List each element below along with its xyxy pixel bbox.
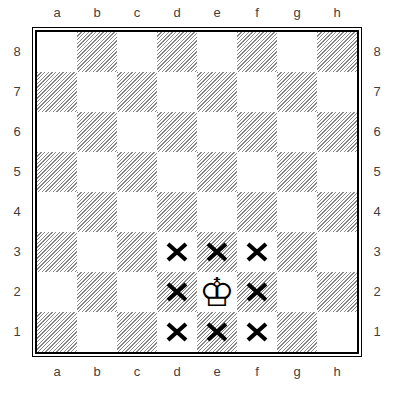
square-e5 bbox=[197, 152, 237, 192]
square-d1 bbox=[157, 312, 197, 352]
file-label-c: c bbox=[117, 4, 157, 22]
file-label-e: e bbox=[197, 4, 237, 22]
square-a2 bbox=[37, 272, 77, 312]
square-b5 bbox=[77, 152, 117, 192]
file-label-b: b bbox=[77, 363, 117, 381]
square-f6 bbox=[237, 112, 277, 152]
square-b8 bbox=[77, 32, 117, 72]
square-a1 bbox=[37, 312, 77, 352]
x-mark-icon bbox=[166, 322, 188, 342]
square-c3 bbox=[117, 232, 157, 272]
square-d4 bbox=[157, 192, 197, 232]
square-g7 bbox=[277, 72, 317, 112]
square-a4 bbox=[37, 192, 77, 232]
square-c1 bbox=[117, 312, 157, 352]
square-c7 bbox=[117, 72, 157, 112]
rank-label-6: 6 bbox=[366, 112, 388, 152]
square-d2 bbox=[157, 272, 197, 312]
square-f4 bbox=[237, 192, 277, 232]
square-g2 bbox=[277, 272, 317, 312]
square-e6 bbox=[197, 112, 237, 152]
square-g1 bbox=[277, 312, 317, 352]
square-f8 bbox=[237, 32, 277, 72]
board-frame: ♔ bbox=[35, 30, 359, 354]
square-d3 bbox=[157, 232, 197, 272]
square-b4 bbox=[77, 192, 117, 232]
chess-diagram: abcdefgh 87654321 ♔ 87654321 abcdefgh bbox=[0, 0, 398, 399]
rank-label-1: 1 bbox=[366, 312, 388, 352]
file-label-c: c bbox=[117, 363, 157, 381]
rank-label-4: 4 bbox=[6, 192, 28, 232]
square-a7 bbox=[37, 72, 77, 112]
file-labels-bottom: abcdefgh bbox=[37, 363, 357, 381]
rank-label-4: 4 bbox=[366, 192, 388, 232]
square-c4 bbox=[117, 192, 157, 232]
square-h7 bbox=[317, 72, 357, 112]
square-d8 bbox=[157, 32, 197, 72]
file-label-b: b bbox=[77, 4, 117, 22]
file-label-h: h bbox=[317, 363, 357, 381]
square-c8 bbox=[117, 32, 157, 72]
x-mark-icon bbox=[246, 322, 268, 342]
square-h5 bbox=[317, 152, 357, 192]
file-label-a: a bbox=[37, 4, 77, 22]
square-g5 bbox=[277, 152, 317, 192]
square-h4 bbox=[317, 192, 357, 232]
square-b2 bbox=[77, 272, 117, 312]
rank-label-8: 8 bbox=[366, 32, 388, 72]
x-mark-icon bbox=[206, 242, 228, 262]
square-g6 bbox=[277, 112, 317, 152]
rank-label-5: 5 bbox=[366, 152, 388, 192]
file-label-e: e bbox=[197, 363, 237, 381]
file-label-g: g bbox=[277, 363, 317, 381]
square-d7 bbox=[157, 72, 197, 112]
rank-labels-left: 87654321 bbox=[6, 32, 28, 352]
square-e3 bbox=[197, 232, 237, 272]
rank-label-1: 1 bbox=[6, 312, 28, 352]
square-f7 bbox=[237, 72, 277, 112]
square-h3 bbox=[317, 232, 357, 272]
rank-label-7: 7 bbox=[366, 72, 388, 112]
rank-label-6: 6 bbox=[6, 112, 28, 152]
rank-label-5: 5 bbox=[6, 152, 28, 192]
rank-label-3: 3 bbox=[366, 232, 388, 272]
x-mark-icon bbox=[246, 282, 268, 302]
file-label-f: f bbox=[237, 4, 277, 22]
file-label-d: d bbox=[157, 4, 197, 22]
square-b6 bbox=[77, 112, 117, 152]
file-label-d: d bbox=[157, 363, 197, 381]
white-king: ♔ bbox=[199, 272, 235, 312]
square-f5 bbox=[237, 152, 277, 192]
board-grid: ♔ bbox=[37, 32, 357, 352]
square-g4 bbox=[277, 192, 317, 232]
rank-label-7: 7 bbox=[6, 72, 28, 112]
rank-label-2: 2 bbox=[6, 272, 28, 312]
file-label-g: g bbox=[277, 4, 317, 22]
square-c6 bbox=[117, 112, 157, 152]
x-mark-icon bbox=[166, 282, 188, 302]
chess-board: ♔ bbox=[32, 27, 362, 357]
square-a3 bbox=[37, 232, 77, 272]
square-e4 bbox=[197, 192, 237, 232]
file-label-f: f bbox=[237, 363, 277, 381]
square-d5 bbox=[157, 152, 197, 192]
rank-label-3: 3 bbox=[6, 232, 28, 272]
square-b7 bbox=[77, 72, 117, 112]
rank-labels-right: 87654321 bbox=[366, 32, 388, 352]
file-label-a: a bbox=[37, 363, 77, 381]
square-e2: ♔ bbox=[197, 272, 237, 312]
square-c2 bbox=[117, 272, 157, 312]
square-c5 bbox=[117, 152, 157, 192]
square-h6 bbox=[317, 112, 357, 152]
square-b1 bbox=[77, 312, 117, 352]
x-mark-icon bbox=[206, 322, 228, 342]
file-label-h: h bbox=[317, 4, 357, 22]
rank-label-2: 2 bbox=[366, 272, 388, 312]
square-a5 bbox=[37, 152, 77, 192]
square-e7 bbox=[197, 72, 237, 112]
square-h2 bbox=[317, 272, 357, 312]
rank-label-8: 8 bbox=[6, 32, 28, 72]
file-labels-top: abcdefgh bbox=[37, 4, 357, 22]
x-mark-icon bbox=[246, 242, 268, 262]
square-f3 bbox=[237, 232, 277, 272]
square-h1 bbox=[317, 312, 357, 352]
square-g8 bbox=[277, 32, 317, 72]
square-f1 bbox=[237, 312, 277, 352]
x-mark-icon bbox=[166, 242, 188, 262]
square-e1 bbox=[197, 312, 237, 352]
square-e8 bbox=[197, 32, 237, 72]
square-g3 bbox=[277, 232, 317, 272]
square-a6 bbox=[37, 112, 77, 152]
square-a8 bbox=[37, 32, 77, 72]
square-d6 bbox=[157, 112, 197, 152]
square-f2 bbox=[237, 272, 277, 312]
square-b3 bbox=[77, 232, 117, 272]
square-h8 bbox=[317, 32, 357, 72]
